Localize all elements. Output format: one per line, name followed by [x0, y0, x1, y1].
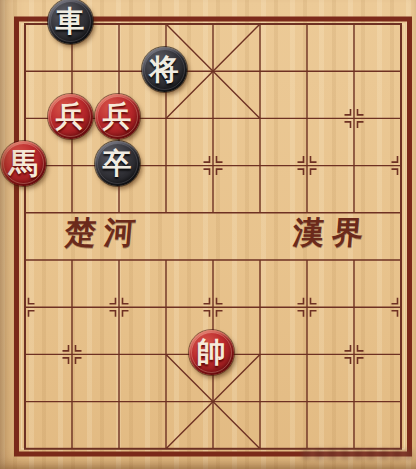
- piece-black-chariot[interactable]: 車: [48, 0, 93, 44]
- piece-glyph: 馬: [9, 141, 38, 186]
- piece-red-soldier-2[interactable]: 兵: [95, 94, 140, 139]
- piece-glyph: 帥: [197, 330, 226, 375]
- piece-glyph: 車: [56, 0, 85, 44]
- xiangqi-board-screenshot: 楚河 漢界 車将兵兵馬卒帥: [0, 0, 416, 469]
- piece-glyph: 卒: [103, 141, 132, 186]
- board-grid[interactable]: 車将兵兵馬卒帥: [2, 0, 416, 469]
- piece-black-soldier[interactable]: 卒: [95, 141, 140, 186]
- piece-red-soldier-1[interactable]: 兵: [48, 94, 93, 139]
- piece-glyph: 将: [150, 47, 179, 92]
- piece-glyph: 兵: [56, 94, 85, 139]
- piece-black-general[interactable]: 将: [142, 47, 187, 92]
- piece-glyph: 兵: [103, 94, 132, 139]
- piece-red-horse[interactable]: 馬: [1, 141, 46, 186]
- piece-red-general[interactable]: 帥: [189, 330, 234, 375]
